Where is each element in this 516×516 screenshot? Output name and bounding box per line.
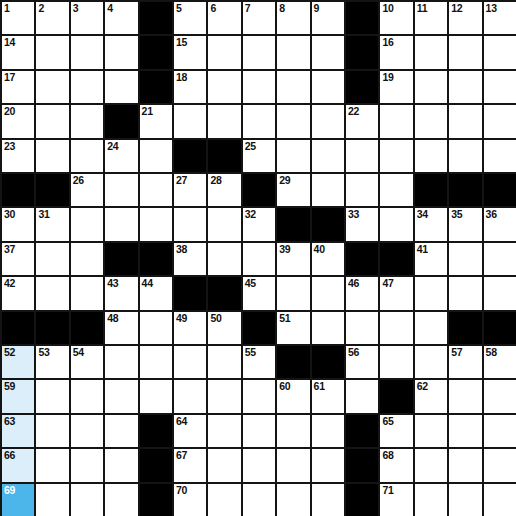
- clue-number-53: 53: [38, 347, 49, 358]
- cell-r12-c1[interactable]: 59: [2, 380, 34, 412]
- cell-r3-c10[interactable]: [312, 71, 344, 103]
- clue-number-56: 56: [348, 347, 359, 358]
- cell-r13-c14[interactable]: [449, 415, 481, 447]
- cell-r1-c13[interactable]: 11: [415, 2, 447, 34]
- cell-r6-c6[interactable]: 27: [174, 174, 206, 206]
- clue-number-18: 18: [176, 72, 187, 83]
- clue-number-27: 27: [176, 175, 187, 186]
- clue-number-38: 38: [176, 244, 187, 255]
- clue-number-57: 57: [451, 347, 462, 358]
- cell-r7-c6[interactable]: [174, 208, 206, 240]
- cell-r12-c4[interactable]: [105, 380, 137, 412]
- clue-number-30: 30: [4, 209, 15, 220]
- cell-r13-c8[interactable]: [243, 415, 275, 447]
- cell-r10-c12[interactable]: [380, 312, 412, 344]
- cell-r11-c13[interactable]: [415, 346, 447, 378]
- clue-number-3: 3: [73, 3, 79, 14]
- cell-r11-c8[interactable]: 55: [243, 346, 275, 378]
- cell-r12-c9[interactable]: 60: [277, 380, 309, 412]
- cell-r1-c6[interactable]: 5: [174, 2, 206, 34]
- block-cell-r2-c11: [346, 36, 378, 68]
- block-cell-r6-c1: [2, 174, 34, 206]
- cell-r6-c5[interactable]: [140, 174, 172, 206]
- cell-r8-c7[interactable]: [208, 243, 240, 275]
- clue-number-9: 9: [314, 3, 320, 14]
- clue-number-1: 1: [4, 3, 10, 14]
- cell-r14-c13[interactable]: [415, 449, 447, 481]
- cell-r2-c3[interactable]: [71, 36, 103, 68]
- cell-r1-c1[interactable]: 1: [2, 2, 34, 34]
- cell-r9-c14[interactable]: [449, 277, 481, 309]
- block-cell-r6-c13: [415, 174, 447, 206]
- block-cell-r9-c7: [208, 277, 240, 309]
- block-cell-r10-c1: [2, 312, 34, 344]
- crossword-grid: 1234567891011121314151617181920212223242…: [0, 0, 516, 516]
- cell-r15-c15[interactable]: [484, 484, 516, 516]
- cell-r6-c3[interactable]: 26: [71, 174, 103, 206]
- clue-number-7: 7: [245, 3, 251, 14]
- clue-number-52: 52: [4, 347, 15, 358]
- cell-r13-c10[interactable]: [312, 415, 344, 447]
- cell-r3-c3[interactable]: [71, 71, 103, 103]
- clue-number-63: 63: [4, 416, 15, 427]
- cell-r13-c13[interactable]: [415, 415, 447, 447]
- cell-r6-c4[interactable]: [105, 174, 137, 206]
- cell-r11-c3[interactable]: 54: [71, 346, 103, 378]
- cell-r5-c11[interactable]: [346, 140, 378, 172]
- cell-r15-c10[interactable]: [312, 484, 344, 516]
- block-cell-r4-c4: [105, 105, 137, 137]
- clue-number-5: 5: [176, 3, 182, 14]
- block-cell-r1-c5: [140, 2, 172, 34]
- cell-r10-c13[interactable]: [415, 312, 447, 344]
- cell-r14-c15[interactable]: [484, 449, 516, 481]
- cell-r5-c9[interactable]: [277, 140, 309, 172]
- block-cell-r13-c11: [346, 415, 378, 447]
- cell-r2-c10[interactable]: [312, 36, 344, 68]
- cell-r7-c12[interactable]: [380, 208, 412, 240]
- cell-r4-c8[interactable]: [243, 105, 275, 137]
- cell-r9-c15[interactable]: [484, 277, 516, 309]
- clue-number-19: 19: [382, 72, 393, 83]
- clue-number-11: 11: [417, 3, 428, 14]
- cell-r1-c15[interactable]: 13: [484, 2, 516, 34]
- cell-r11-c1[interactable]: 52: [2, 346, 34, 378]
- cell-r1-c10[interactable]: 9: [312, 2, 344, 34]
- clue-number-70: 70: [176, 485, 187, 496]
- cell-r8-c13[interactable]: 41: [415, 243, 447, 275]
- clue-number-67: 67: [176, 450, 187, 461]
- cell-r13-c1[interactable]: 63: [2, 415, 34, 447]
- clue-number-43: 43: [107, 278, 118, 289]
- clue-number-44: 44: [142, 278, 153, 289]
- clue-number-21: 21: [142, 106, 153, 117]
- cell-r11-c12[interactable]: [380, 346, 412, 378]
- clue-number-4: 4: [107, 3, 113, 14]
- cell-r3-c14[interactable]: [449, 71, 481, 103]
- cell-r5-c10[interactable]: [312, 140, 344, 172]
- cell-r9-c2[interactable]: [36, 277, 68, 309]
- cell-r8-c15[interactable]: [484, 243, 516, 275]
- cell-r2-c15[interactable]: [484, 36, 516, 68]
- cell-r1-c8[interactable]: 7: [243, 2, 275, 34]
- clue-number-13: 13: [486, 3, 497, 14]
- block-cell-r10-c15: [484, 312, 516, 344]
- cell-r6-c9[interactable]: 29: [277, 174, 309, 206]
- cell-r8-c8[interactable]: [243, 243, 275, 275]
- block-cell-r10-c2: [36, 312, 68, 344]
- clue-number-31: 31: [38, 209, 49, 220]
- cell-r4-c15[interactable]: [484, 105, 516, 137]
- clue-number-28: 28: [210, 175, 221, 186]
- cell-r3-c9[interactable]: [277, 71, 309, 103]
- clue-number-20: 20: [4, 106, 15, 117]
- block-cell-r5-c7: [208, 140, 240, 172]
- clue-number-37: 37: [4, 244, 15, 255]
- clue-number-14: 14: [4, 37, 15, 48]
- cell-r8-c10[interactable]: 40: [312, 243, 344, 275]
- cell-r2-c12[interactable]: 16: [380, 36, 412, 68]
- cell-r3-c7[interactable]: [208, 71, 240, 103]
- cell-r11-c11[interactable]: 56: [346, 346, 378, 378]
- clue-number-69: 69: [4, 485, 15, 496]
- cell-r9-c10[interactable]: [312, 277, 344, 309]
- cell-r9-c11[interactable]: 46: [346, 277, 378, 309]
- cell-r11-c4[interactable]: [105, 346, 137, 378]
- cell-r14-c8[interactable]: [243, 449, 275, 481]
- clue-number-42: 42: [4, 278, 15, 289]
- clue-number-50: 50: [210, 313, 221, 324]
- cell-r6-c7[interactable]: 28: [208, 174, 240, 206]
- cell-r4-c1[interactable]: 20: [2, 105, 34, 137]
- cell-r11-c7[interactable]: [208, 346, 240, 378]
- cell-r4-c11[interactable]: 22: [346, 105, 378, 137]
- cell-r10-c9[interactable]: 51: [277, 312, 309, 344]
- cell-r12-c3[interactable]: [71, 380, 103, 412]
- cell-r5-c14[interactable]: [449, 140, 481, 172]
- cell-r5-c2[interactable]: [36, 140, 68, 172]
- cell-r14-c14[interactable]: [449, 449, 481, 481]
- cell-r4-c10[interactable]: [312, 105, 344, 137]
- block-cell-r8-c12: [380, 243, 412, 275]
- cell-r5-c5[interactable]: [140, 140, 172, 172]
- cell-r8-c1[interactable]: 37: [2, 243, 34, 275]
- cell-r10-c11[interactable]: [346, 312, 378, 344]
- clue-number-6: 6: [210, 3, 216, 14]
- block-cell-r15-c11: [346, 484, 378, 516]
- block-cell-r11-c9: [277, 346, 309, 378]
- cell-r14-c1[interactable]: 66: [2, 449, 34, 481]
- cell-r14-c7[interactable]: [208, 449, 240, 481]
- cell-r5-c13[interactable]: [415, 140, 447, 172]
- block-cell-r3-c11: [346, 71, 378, 103]
- cell-r3-c8[interactable]: [243, 71, 275, 103]
- block-cell-r8-c5: [140, 243, 172, 275]
- block-cell-r6-c2: [36, 174, 68, 206]
- cell-r7-c2[interactable]: 31: [36, 208, 68, 240]
- clue-number-65: 65: [382, 416, 393, 427]
- block-cell-r8-c11: [346, 243, 378, 275]
- cell-r9-c8[interactable]: 45: [243, 277, 275, 309]
- block-cell-r10-c14: [449, 312, 481, 344]
- cell-r11-c2[interactable]: 53: [36, 346, 68, 378]
- cell-r6-c11[interactable]: [346, 174, 378, 206]
- block-cell-r8-c4: [105, 243, 137, 275]
- cell-r14-c2[interactable]: [36, 449, 68, 481]
- cell-r15-c2[interactable]: [36, 484, 68, 516]
- cell-r1-c12[interactable]: 10: [380, 2, 412, 34]
- cell-r7-c13[interactable]: 34: [415, 208, 447, 240]
- cell-r7-c4[interactable]: [105, 208, 137, 240]
- cell-r3-c13[interactable]: [415, 71, 447, 103]
- block-cell-r6-c14: [449, 174, 481, 206]
- block-cell-r7-c10: [312, 208, 344, 240]
- cell-r5-c8[interactable]: 25: [243, 140, 275, 172]
- cell-r7-c14[interactable]: 35: [449, 208, 481, 240]
- cell-r2-c13[interactable]: [415, 36, 447, 68]
- cell-r7-c15[interactable]: 36: [484, 208, 516, 240]
- cell-r3-c2[interactable]: [36, 71, 68, 103]
- cell-r9-c1[interactable]: 42: [2, 277, 34, 309]
- cell-r5-c15[interactable]: [484, 140, 516, 172]
- cell-r3-c15[interactable]: [484, 71, 516, 103]
- cell-r4-c2[interactable]: [36, 105, 68, 137]
- cell-r4-c3[interactable]: [71, 105, 103, 137]
- clue-number-2: 2: [38, 3, 44, 14]
- cell-r3-c6[interactable]: 18: [174, 71, 206, 103]
- clue-number-23: 23: [4, 141, 15, 152]
- block-cell-r6-c15: [484, 174, 516, 206]
- clue-number-48: 48: [107, 313, 118, 324]
- block-cell-r2-c5: [140, 36, 172, 68]
- cell-r7-c8[interactable]: 32: [243, 208, 275, 240]
- block-cell-r13-c5: [140, 415, 172, 447]
- cell-r12-c10[interactable]: 61: [312, 380, 344, 412]
- cell-r12-c13[interactable]: 62: [415, 380, 447, 412]
- cell-r15-c3[interactable]: [71, 484, 103, 516]
- block-cell-r11-c10: [312, 346, 344, 378]
- clue-number-59: 59: [4, 381, 15, 392]
- block-cell-r5-c6: [174, 140, 206, 172]
- cell-r1-c7[interactable]: 6: [208, 2, 240, 34]
- clue-number-17: 17: [4, 72, 15, 83]
- clue-number-25: 25: [245, 141, 256, 152]
- cell-r15-c4[interactable]: [105, 484, 137, 516]
- cell-r1-c3[interactable]: 3: [71, 2, 103, 34]
- cell-r13-c15[interactable]: [484, 415, 516, 447]
- cell-r12-c11[interactable]: [346, 380, 378, 412]
- cell-r2-c14[interactable]: [449, 36, 481, 68]
- cell-r14-c10[interactable]: [312, 449, 344, 481]
- cell-r2-c7[interactable]: [208, 36, 240, 68]
- clue-number-61: 61: [314, 381, 325, 392]
- cell-r5-c4[interactable]: 24: [105, 140, 137, 172]
- cell-r12-c6[interactable]: [174, 380, 206, 412]
- block-cell-r14-c11: [346, 449, 378, 481]
- block-cell-r7-c9: [277, 208, 309, 240]
- cell-r6-c10[interactable]: [312, 174, 344, 206]
- cell-r5-c1[interactable]: 23: [2, 140, 34, 172]
- cell-r12-c5[interactable]: [140, 380, 172, 412]
- cell-r4-c12[interactable]: [380, 105, 412, 137]
- cell-r9-c12[interactable]: 47: [380, 277, 412, 309]
- cell-r2-c8[interactable]: [243, 36, 275, 68]
- cell-r1-c14[interactable]: 12: [449, 2, 481, 34]
- cell-r15-c6[interactable]: 70: [174, 484, 206, 516]
- clue-number-32: 32: [245, 209, 256, 220]
- cell-r9-c9[interactable]: [277, 277, 309, 309]
- clue-number-55: 55: [245, 347, 256, 358]
- clue-number-8: 8: [279, 3, 285, 14]
- cell-r5-c3[interactable]: [71, 140, 103, 172]
- cell-r4-c7[interactable]: [208, 105, 240, 137]
- clue-number-26: 26: [73, 175, 84, 186]
- clue-number-46: 46: [348, 278, 359, 289]
- cell-r14-c4[interactable]: [105, 449, 137, 481]
- cell-r4-c14[interactable]: [449, 105, 481, 137]
- clue-number-54: 54: [73, 347, 84, 358]
- clue-number-35: 35: [451, 209, 462, 220]
- cell-r7-c1[interactable]: 30: [2, 208, 34, 240]
- cell-r11-c14[interactable]: 57: [449, 346, 481, 378]
- clue-number-33: 33: [348, 209, 359, 220]
- cell-r7-c7[interactable]: [208, 208, 240, 240]
- clue-number-40: 40: [314, 244, 325, 255]
- clue-number-62: 62: [417, 381, 428, 392]
- cell-r14-c12[interactable]: 68: [380, 449, 412, 481]
- cell-r13-c4[interactable]: [105, 415, 137, 447]
- cell-r4-c9[interactable]: [277, 105, 309, 137]
- clue-number-60: 60: [279, 381, 290, 392]
- cell-r13-c9[interactable]: [277, 415, 309, 447]
- clue-number-22: 22: [348, 106, 359, 117]
- cell-r10-c7[interactable]: 50: [208, 312, 240, 344]
- cell-r1-c4[interactable]: 4: [105, 2, 137, 34]
- cell-r11-c15[interactable]: 58: [484, 346, 516, 378]
- clue-number-68: 68: [382, 450, 393, 461]
- cell-r4-c6[interactable]: [174, 105, 206, 137]
- block-cell-r10-c3: [71, 312, 103, 344]
- cell-r9-c4[interactable]: 43: [105, 277, 137, 309]
- cell-r12-c2[interactable]: [36, 380, 68, 412]
- cell-r14-c6[interactable]: 67: [174, 449, 206, 481]
- cell-r8-c3[interactable]: [71, 243, 103, 275]
- cell-r13-c2[interactable]: [36, 415, 68, 447]
- clue-number-64: 64: [176, 416, 187, 427]
- clue-number-39: 39: [279, 244, 290, 255]
- clue-number-10: 10: [382, 3, 393, 14]
- cell-r15-c9[interactable]: [277, 484, 309, 516]
- cell-r13-c7[interactable]: [208, 415, 240, 447]
- cell-r2-c1[interactable]: 14: [2, 36, 34, 68]
- cell-r12-c7[interactable]: [208, 380, 240, 412]
- cell-r5-c12[interactable]: [380, 140, 412, 172]
- cell-r1-c2[interactable]: 2: [36, 2, 68, 34]
- clue-number-15: 15: [176, 37, 187, 48]
- clue-number-41: 41: [417, 244, 428, 255]
- cell-r15-c8[interactable]: [243, 484, 275, 516]
- cell-r12-c8[interactable]: [243, 380, 275, 412]
- block-cell-r12-c12: [380, 380, 412, 412]
- cell-r15-c12[interactable]: 71: [380, 484, 412, 516]
- clue-number-71: 71: [382, 485, 393, 496]
- cell-r3-c4[interactable]: [105, 71, 137, 103]
- clue-number-45: 45: [245, 278, 256, 289]
- block-cell-r9-c6: [174, 277, 206, 309]
- cell-r4-c13[interactable]: [415, 105, 447, 137]
- cell-r13-c3[interactable]: [71, 415, 103, 447]
- cell-r8-c9[interactable]: 39: [277, 243, 309, 275]
- block-cell-r6-c8: [243, 174, 275, 206]
- cell-r2-c2[interactable]: [36, 36, 68, 68]
- clue-number-16: 16: [382, 37, 393, 48]
- block-cell-r1-c11: [346, 2, 378, 34]
- cell-r15-c14[interactable]: [449, 484, 481, 516]
- cell-r7-c3[interactable]: [71, 208, 103, 240]
- cell-r14-c3[interactable]: [71, 449, 103, 481]
- cell-r9-c13[interactable]: [415, 277, 447, 309]
- clue-number-36: 36: [486, 209, 497, 220]
- cell-r13-c6[interactable]: 64: [174, 415, 206, 447]
- cell-r1-c9[interactable]: 8: [277, 2, 309, 34]
- cell-r8-c14[interactable]: [449, 243, 481, 275]
- clue-number-66: 66: [4, 450, 15, 461]
- cell-r11-c6[interactable]: [174, 346, 206, 378]
- cell-r12-c15[interactable]: [484, 380, 516, 412]
- cell-r15-c13[interactable]: [415, 484, 447, 516]
- cell-r15-c7[interactable]: [208, 484, 240, 516]
- clue-number-51: 51: [279, 313, 290, 324]
- cell-r6-c12[interactable]: [380, 174, 412, 206]
- clue-number-24: 24: [107, 141, 118, 152]
- cell-r7-c5[interactable]: [140, 208, 172, 240]
- cell-r3-c12[interactable]: 19: [380, 71, 412, 103]
- clue-number-12: 12: [451, 3, 462, 14]
- clue-number-29: 29: [279, 175, 290, 186]
- cell-r4-c5[interactable]: 21: [140, 105, 172, 137]
- clue-number-49: 49: [176, 313, 187, 324]
- cell-r14-c9[interactable]: [277, 449, 309, 481]
- cell-r10-c4[interactable]: 48: [105, 312, 137, 344]
- block-cell-r10-c8: [243, 312, 275, 344]
- cell-r3-c1[interactable]: 17: [2, 71, 34, 103]
- cell-r10-c5[interactable]: [140, 312, 172, 344]
- cell-r10-c6[interactable]: 49: [174, 312, 206, 344]
- cell-r2-c9[interactable]: [277, 36, 309, 68]
- block-cell-r14-c5: [140, 449, 172, 481]
- clue-number-47: 47: [382, 278, 393, 289]
- block-cell-r3-c5: [140, 71, 172, 103]
- block-cell-r15-c5: [140, 484, 172, 516]
- cell-r12-c14[interactable]: [449, 380, 481, 412]
- clue-number-34: 34: [417, 209, 428, 220]
- cell-r15-c1[interactable]: 69: [2, 484, 34, 516]
- cell-r9-c5[interactable]: 44: [140, 277, 172, 309]
- cell-r2-c6[interactable]: 15: [174, 36, 206, 68]
- cell-r9-c3[interactable]: [71, 277, 103, 309]
- clue-number-58: 58: [486, 347, 497, 358]
- cell-r7-c11[interactable]: 33: [346, 208, 378, 240]
- cell-r8-c2[interactable]: [36, 243, 68, 275]
- cell-r10-c10[interactable]: [312, 312, 344, 344]
- cell-r8-c6[interactable]: 38: [174, 243, 206, 275]
- cell-r13-c12[interactable]: 65: [380, 415, 412, 447]
- cell-r2-c4[interactable]: [105, 36, 137, 68]
- cell-r11-c5[interactable]: [140, 346, 172, 378]
